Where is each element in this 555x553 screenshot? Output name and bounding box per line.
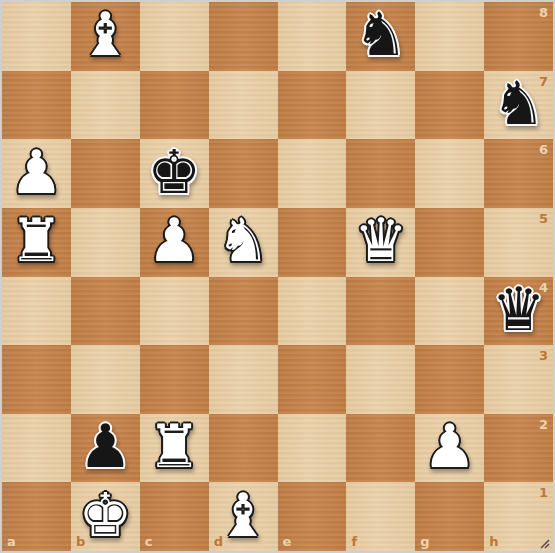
rank-label-2: 2	[539, 417, 548, 432]
piece-white-bishop[interactable]: ♝	[78, 4, 132, 64]
square-d1[interactable]: ♝d	[209, 482, 278, 551]
square-f8[interactable]: ♞	[346, 2, 415, 71]
square-b4[interactable]	[71, 277, 140, 346]
square-b2[interactable]: ♟	[71, 414, 140, 483]
square-d5[interactable]: ♞	[209, 208, 278, 277]
square-d4[interactable]	[209, 277, 278, 346]
square-e2[interactable]	[278, 414, 347, 483]
square-a2[interactable]	[2, 414, 71, 483]
square-g8[interactable]	[415, 2, 484, 71]
square-f4[interactable]	[346, 277, 415, 346]
square-g2[interactable]: ♟	[415, 414, 484, 483]
rank-label-1: 1	[539, 485, 548, 500]
square-f7[interactable]	[346, 71, 415, 140]
piece-white-knight[interactable]: ♞	[216, 210, 270, 270]
square-a3[interactable]	[2, 345, 71, 414]
square-a4[interactable]	[2, 277, 71, 346]
piece-black-knight[interactable]: ♞	[354, 4, 408, 64]
square-h7[interactable]: ♞7	[484, 71, 553, 140]
square-b7[interactable]	[71, 71, 140, 140]
square-d7[interactable]	[209, 71, 278, 140]
chess-board: ♝♞8♞7♟♚6♜♟♞♛5♛43♟♜♟2a♚bc♝defg1h	[0, 0, 555, 553]
square-a1[interactable]: a	[2, 482, 71, 551]
piece-white-pawn[interactable]: ♟	[147, 210, 201, 270]
piece-white-bishop[interactable]: ♝	[216, 485, 270, 545]
square-d8[interactable]	[209, 2, 278, 71]
piece-white-rook[interactable]: ♜	[10, 210, 64, 270]
piece-white-pawn[interactable]: ♟	[423, 416, 477, 476]
file-label-g: g	[420, 534, 429, 549]
square-e4[interactable]	[278, 277, 347, 346]
rank-label-5: 5	[539, 211, 548, 226]
square-f5[interactable]: ♛	[346, 208, 415, 277]
square-e3[interactable]	[278, 345, 347, 414]
square-e8[interactable]	[278, 2, 347, 71]
rank-label-6: 6	[539, 142, 548, 157]
square-c4[interactable]	[140, 277, 209, 346]
square-h2[interactable]: 2	[484, 414, 553, 483]
square-c8[interactable]	[140, 2, 209, 71]
board-resize-handle[interactable]	[537, 535, 551, 549]
square-a7[interactable]	[2, 71, 71, 140]
square-c5[interactable]: ♟	[140, 208, 209, 277]
square-a5[interactable]: ♜	[2, 208, 71, 277]
square-b6[interactable]	[71, 139, 140, 208]
square-d2[interactable]	[209, 414, 278, 483]
square-c2[interactable]: ♜	[140, 414, 209, 483]
square-b1[interactable]: ♚b	[71, 482, 140, 551]
square-e5[interactable]	[278, 208, 347, 277]
resize-icon	[537, 536, 551, 550]
square-b5[interactable]	[71, 208, 140, 277]
file-label-f: f	[351, 534, 357, 549]
file-label-a: a	[7, 534, 16, 549]
square-f2[interactable]	[346, 414, 415, 483]
square-h5[interactable]: 5	[484, 208, 553, 277]
file-label-c: c	[145, 534, 153, 549]
square-c7[interactable]	[140, 71, 209, 140]
piece-black-king[interactable]: ♚	[147, 142, 201, 202]
square-f3[interactable]	[346, 345, 415, 414]
piece-black-queen[interactable]: ♛	[492, 279, 546, 339]
piece-white-king[interactable]: ♚	[78, 485, 132, 545]
piece-black-pawn[interactable]: ♟	[78, 416, 132, 476]
square-g3[interactable]	[415, 345, 484, 414]
rank-label-8: 8	[539, 5, 548, 20]
square-d6[interactable]	[209, 139, 278, 208]
square-g6[interactable]	[415, 139, 484, 208]
square-d3[interactable]	[209, 345, 278, 414]
piece-white-queen[interactable]: ♛	[354, 210, 408, 270]
square-a6[interactable]: ♟	[2, 139, 71, 208]
square-f1[interactable]: f	[346, 482, 415, 551]
square-h8[interactable]: 8	[484, 2, 553, 71]
square-g4[interactable]	[415, 277, 484, 346]
square-g5[interactable]	[415, 208, 484, 277]
file-label-h: h	[489, 534, 498, 549]
square-h4[interactable]: ♛4	[484, 277, 553, 346]
rank-label-3: 3	[539, 348, 548, 363]
square-h6[interactable]: 6	[484, 139, 553, 208]
square-c6[interactable]: ♚	[140, 139, 209, 208]
square-c1[interactable]: c	[140, 482, 209, 551]
piece-white-rook[interactable]: ♜	[147, 416, 201, 476]
square-g1[interactable]: g	[415, 482, 484, 551]
square-e1[interactable]: e	[278, 482, 347, 551]
square-a8[interactable]	[2, 2, 71, 71]
square-c3[interactable]	[140, 345, 209, 414]
piece-black-knight[interactable]: ♞	[492, 73, 546, 133]
square-f6[interactable]	[346, 139, 415, 208]
piece-white-pawn[interactable]: ♟	[10, 142, 64, 202]
square-e6[interactable]	[278, 139, 347, 208]
file-label-e: e	[283, 534, 292, 549]
square-b8[interactable]: ♝	[71, 2, 140, 71]
square-h3[interactable]: 3	[484, 345, 553, 414]
square-g7[interactable]	[415, 71, 484, 140]
square-b3[interactable]	[71, 345, 140, 414]
square-e7[interactable]	[278, 71, 347, 140]
